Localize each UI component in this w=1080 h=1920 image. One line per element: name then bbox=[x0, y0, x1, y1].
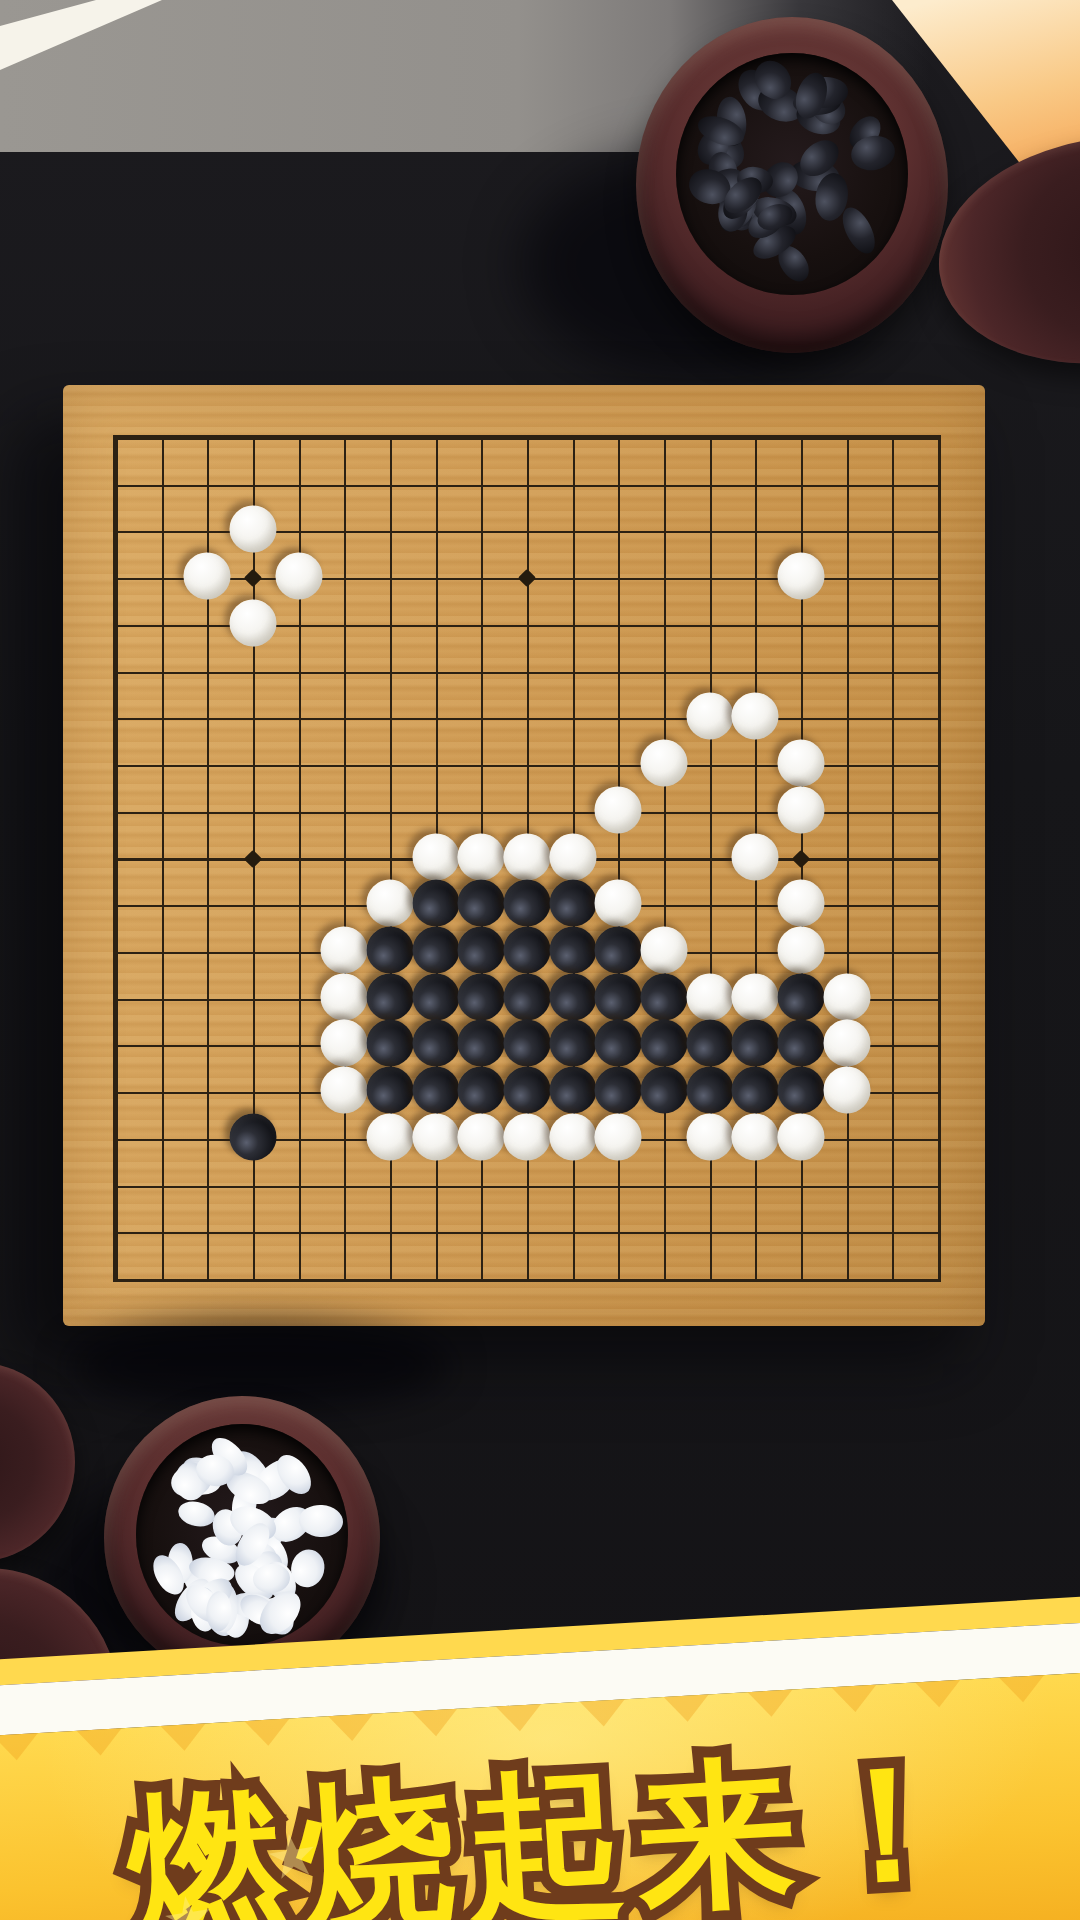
black-stone[interactable] bbox=[641, 1067, 688, 1114]
black-stone[interactable] bbox=[504, 1067, 551, 1114]
white-stone[interactable] bbox=[321, 1067, 368, 1114]
black-stone[interactable] bbox=[549, 1067, 596, 1114]
black-stone[interactable] bbox=[641, 1020, 688, 1067]
white-stone[interactable] bbox=[458, 1113, 505, 1160]
black-bowl-cavity bbox=[676, 53, 908, 295]
black-stone[interactable] bbox=[412, 1067, 459, 1114]
white-stone[interactable] bbox=[823, 1020, 870, 1067]
black-stone[interactable] bbox=[230, 1113, 277, 1160]
white-stone[interactable] bbox=[321, 1020, 368, 1067]
white-bowl-cavity bbox=[136, 1424, 348, 1646]
white-stone[interactable] bbox=[778, 1113, 825, 1160]
white-bowl-stone bbox=[176, 1498, 218, 1530]
black-stone[interactable] bbox=[412, 880, 459, 927]
star-point bbox=[792, 849, 810, 867]
white-stone[interactable] bbox=[412, 1113, 459, 1160]
white-stone[interactable] bbox=[778, 553, 825, 600]
black-stone[interactable] bbox=[641, 973, 688, 1020]
black-stone[interactable] bbox=[367, 973, 414, 1020]
black-stone[interactable] bbox=[778, 1020, 825, 1067]
black-stone[interactable] bbox=[686, 1020, 733, 1067]
white-stone[interactable] bbox=[732, 693, 779, 740]
white-stone[interactable] bbox=[275, 553, 322, 600]
banner-star-deco: ★ bbox=[157, 1880, 220, 1920]
black-stone[interactable] bbox=[367, 926, 414, 973]
black-stone[interactable] bbox=[686, 1067, 733, 1114]
black-stone[interactable] bbox=[458, 880, 505, 927]
go-board[interactable] bbox=[63, 385, 985, 1326]
banner-star-deco: ★ bbox=[261, 1818, 324, 1894]
star-point bbox=[518, 569, 536, 587]
white-stone[interactable] bbox=[549, 1113, 596, 1160]
white-stone[interactable] bbox=[732, 1113, 779, 1160]
black-stone[interactable] bbox=[778, 1067, 825, 1114]
black-stone-bowl bbox=[636, 17, 948, 353]
black-stone[interactable] bbox=[367, 1067, 414, 1114]
board-grid[interactable] bbox=[113, 435, 941, 1282]
white-stone[interactable] bbox=[230, 599, 277, 646]
white-stone[interactable] bbox=[641, 740, 688, 787]
star-point bbox=[244, 569, 262, 587]
black-stone[interactable] bbox=[504, 926, 551, 973]
white-stone[interactable] bbox=[504, 833, 551, 880]
white-stone[interactable] bbox=[595, 880, 642, 927]
white-stone[interactable] bbox=[412, 833, 459, 880]
white-stone[interactable] bbox=[732, 833, 779, 880]
black-stone[interactable] bbox=[412, 1020, 459, 1067]
game-scene: 燃烧起来！ 燃烧起来！ ★★★★★★★★★ bbox=[0, 0, 1080, 1920]
black-stone[interactable] bbox=[458, 1067, 505, 1114]
black-stone[interactable] bbox=[595, 926, 642, 973]
white-stone[interactable] bbox=[504, 1113, 551, 1160]
black-stone[interactable] bbox=[778, 973, 825, 1020]
black-stone[interactable] bbox=[458, 1020, 505, 1067]
white-stone[interactable] bbox=[321, 973, 368, 1020]
white-stone[interactable] bbox=[732, 973, 779, 1020]
white-stone[interactable] bbox=[686, 973, 733, 1020]
black-stone[interactable] bbox=[504, 973, 551, 1020]
black-stone[interactable] bbox=[732, 1020, 779, 1067]
black-stone[interactable] bbox=[595, 973, 642, 1020]
black-stone[interactable] bbox=[412, 926, 459, 973]
white-stone[interactable] bbox=[595, 786, 642, 833]
white-stone[interactable] bbox=[778, 880, 825, 927]
black-stone[interactable] bbox=[367, 1020, 414, 1067]
white-stone[interactable] bbox=[686, 1113, 733, 1160]
white-stone[interactable] bbox=[641, 926, 688, 973]
black-stone[interactable] bbox=[458, 926, 505, 973]
white-stone[interactable] bbox=[686, 693, 733, 740]
white-stone[interactable] bbox=[549, 833, 596, 880]
black-stone[interactable] bbox=[412, 973, 459, 1020]
white-stone[interactable] bbox=[184, 553, 231, 600]
black-stone[interactable] bbox=[732, 1067, 779, 1114]
white-stone[interactable] bbox=[367, 1113, 414, 1160]
top-right-bowl-lid bbox=[924, 115, 1080, 385]
white-stone[interactable] bbox=[321, 926, 368, 973]
white-stone[interactable] bbox=[778, 786, 825, 833]
white-stone[interactable] bbox=[823, 973, 870, 1020]
white-stone[interactable] bbox=[823, 1067, 870, 1114]
black-stone[interactable] bbox=[549, 1020, 596, 1067]
star-point bbox=[244, 849, 262, 867]
black-stone[interactable] bbox=[458, 973, 505, 1020]
black-stone[interactable] bbox=[504, 1020, 551, 1067]
black-stone[interactable] bbox=[595, 1020, 642, 1067]
white-stone[interactable] bbox=[458, 833, 505, 880]
black-stone[interactable] bbox=[595, 1067, 642, 1114]
black-stone[interactable] bbox=[549, 973, 596, 1020]
white-stone[interactable] bbox=[367, 880, 414, 927]
black-stone[interactable] bbox=[504, 880, 551, 927]
black-stone[interactable] bbox=[549, 880, 596, 927]
white-stone-bowl bbox=[104, 1396, 380, 1680]
white-bowl-stone bbox=[297, 1504, 344, 1539]
white-stone[interactable] bbox=[778, 740, 825, 787]
black-stone[interactable] bbox=[549, 926, 596, 973]
white-stone[interactable] bbox=[778, 926, 825, 973]
white-stone[interactable] bbox=[595, 1113, 642, 1160]
white-stone[interactable] bbox=[230, 506, 277, 553]
